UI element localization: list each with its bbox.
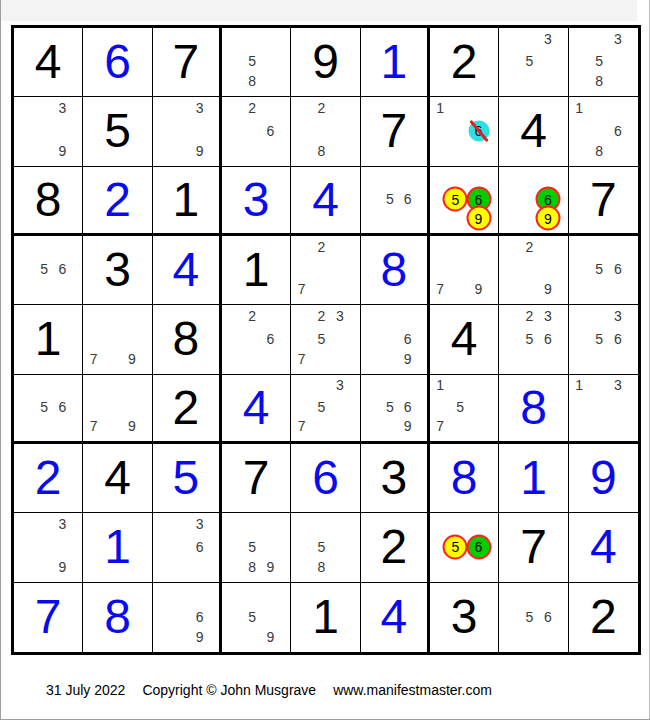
candidate-9-yellow-circle: 9 (466, 206, 491, 231)
solved-digit-6: 6 (291, 444, 359, 512)
candidate-5-yellow-circle: 5 (443, 534, 468, 559)
cell-r7c3[interactable]: 5 (153, 444, 222, 513)
candidate-5: 5 (40, 400, 48, 414)
candidate-5: 5 (386, 400, 394, 414)
candidate-3: 3 (614, 378, 622, 392)
candidate-6: 6 (544, 332, 552, 346)
solved-digit-2: 2 (83, 167, 151, 233)
candidate-9: 9 (475, 282, 483, 296)
cell-r9c3[interactable]: 69 (153, 583, 222, 652)
cell-r3c3[interactable]: 1 (153, 167, 222, 236)
given-digit-4: 4 (14, 28, 82, 96)
candidate-7: 7 (298, 282, 306, 296)
given-digit-1: 1 (222, 236, 290, 304)
cell-r2c8[interactable]: 4 (499, 97, 568, 166)
given-digit-1: 1 (153, 167, 219, 233)
cell-r2c5[interactable]: 28 (291, 97, 360, 166)
candidate-2: 2 (248, 309, 256, 323)
solved-digit-6: 6 (83, 28, 151, 96)
cell-r3c6[interactable]: 56 (361, 167, 430, 236)
cell-r7c1[interactable]: 2 (14, 444, 83, 513)
cell-r5c9[interactable]: 356 (569, 305, 638, 374)
candidate-6-green-circle: 6 (466, 534, 491, 559)
given-digit-4: 4 (83, 444, 151, 512)
cell-r1c7[interactable]: 2 (430, 28, 499, 97)
candidate-8: 8 (317, 144, 325, 158)
candidate-2: 2 (317, 101, 325, 115)
candidate-5: 5 (386, 192, 394, 206)
cell-r5c5[interactable]: 2357 (291, 305, 360, 374)
candidate-1: 1 (575, 101, 583, 115)
cell-r7c6[interactable]: 3 (361, 444, 430, 513)
candidate-7: 7 (436, 419, 444, 433)
cell-r6c5[interactable]: 357 (291, 375, 360, 444)
solved-digit-4: 4 (569, 513, 638, 581)
candidate-2: 2 (525, 240, 533, 254)
candidate-9: 9 (59, 560, 67, 574)
cell-r9c5[interactable]: 1 (291, 583, 360, 652)
candidate-6: 6 (404, 400, 412, 414)
candidate-6: 6 (404, 192, 412, 206)
cell-r4c7[interactable]: 79 (430, 236, 499, 305)
cell-r8c5[interactable]: 58 (291, 513, 360, 582)
candidate-6: 6 (614, 124, 622, 138)
given-digit-5: 5 (83, 97, 151, 165)
candidate-3: 3 (544, 32, 552, 46)
cell-r3c4[interactable]: 3 (222, 167, 291, 236)
cell-r3c7[interactable]: 569 (430, 167, 499, 236)
candidate-1: 1 (436, 378, 444, 392)
solved-digit-1: 1 (83, 513, 151, 581)
given-digit-2: 2 (361, 513, 427, 581)
cell-r6c1[interactable]: 56 (14, 375, 83, 444)
candidate-9: 9 (404, 352, 412, 366)
sudoku-board: 4675891235358395392628716416882134565696… (11, 25, 641, 655)
solved-digit-8: 8 (430, 444, 498, 512)
candidate-9: 9 (59, 144, 67, 158)
candidate-9: 9 (267, 560, 275, 574)
candidate-3: 3 (336, 309, 344, 323)
footer-website: www.manifestmaster.com (333, 682, 492, 698)
cell-r4c8[interactable]: 29 (499, 236, 568, 305)
cell-r9c2[interactable]: 8 (83, 583, 152, 652)
candidate-5: 5 (248, 540, 256, 554)
candidate-7: 7 (436, 282, 444, 296)
candidate-2: 2 (317, 309, 325, 323)
cell-r7c5[interactable]: 6 (291, 444, 360, 513)
solved-digit-4: 4 (222, 375, 290, 441)
given-digit-7: 7 (569, 167, 638, 233)
candidate-6: 6 (196, 540, 204, 554)
solved-digit-8: 8 (83, 583, 151, 652)
given-digit-7: 7 (499, 513, 567, 581)
cell-r8c3[interactable]: 36 (153, 513, 222, 582)
candidate-5: 5 (525, 332, 533, 346)
cell-r7c4[interactable]: 7 (222, 444, 291, 513)
cell-r7c7[interactable]: 8 (430, 444, 499, 513)
cell-r1c5[interactable]: 9 (291, 28, 360, 97)
candidate-3: 3 (59, 517, 67, 531)
candidate-8: 8 (595, 74, 603, 88)
candidate-3: 3 (59, 101, 67, 115)
candidate-5: 5 (317, 540, 325, 554)
candidate-6: 6 (59, 262, 67, 276)
cell-r3c2[interactable]: 2 (83, 167, 152, 236)
footer-date: 31 July 2022 (46, 682, 125, 698)
candidate-5: 5 (456, 400, 464, 414)
candidate-6: 6 (614, 262, 622, 276)
candidate-9: 9 (196, 144, 204, 158)
candidate-5: 5 (595, 332, 603, 346)
candidate-7: 7 (90, 419, 98, 433)
cell-r2c6[interactable]: 7 (361, 97, 430, 166)
cell-r1c4[interactable]: 58 (222, 28, 291, 97)
candidate-5-yellow-circle: 5 (443, 187, 468, 212)
given-digit-3: 3 (83, 236, 151, 304)
given-digit-2: 2 (569, 583, 638, 652)
cell-r3c8[interactable]: 69 (499, 167, 568, 236)
cell-r8c9[interactable]: 4 (569, 513, 638, 582)
cell-r4c2[interactable]: 3 (83, 236, 152, 305)
candidate-3: 3 (196, 101, 204, 115)
given-digit-7: 7 (222, 444, 290, 512)
sudoku-grid: 4675891235358395392628716416882134565696… (14, 28, 638, 652)
given-digit-8: 8 (153, 305, 219, 373)
cell-r2c9[interactable]: 168 (569, 97, 638, 166)
candidate-6: 6 (544, 610, 552, 624)
cell-r4c5[interactable]: 27 (291, 236, 360, 305)
solved-digit-4: 4 (153, 236, 219, 304)
candidate-7: 7 (90, 352, 98, 366)
candidate-6: 6 (267, 124, 275, 138)
cell-r6c4[interactable]: 4 (222, 375, 291, 444)
candidate-1: 1 (436, 101, 444, 115)
cell-r6c2[interactable]: 79 (83, 375, 152, 444)
cell-r4c3[interactable]: 4 (153, 236, 222, 305)
cell-r4c6[interactable]: 8 (361, 236, 430, 305)
cell-r7c9[interactable]: 9 (569, 444, 638, 513)
candidate-9: 9 (404, 419, 412, 433)
candidate-2: 2 (525, 309, 533, 323)
solved-digit-2: 2 (14, 444, 82, 512)
candidate-6: 6 (267, 332, 275, 346)
given-digit-2: 2 (153, 375, 219, 441)
cell-r8c8[interactable]: 7 (499, 513, 568, 582)
candidate-1: 1 (575, 378, 583, 392)
cell-r1c8[interactable]: 35 (499, 28, 568, 97)
cell-r3c5[interactable]: 4 (291, 167, 360, 236)
candidate-9-yellow-circle: 9 (535, 206, 560, 231)
candidate-5: 5 (248, 54, 256, 68)
solved-digit-7: 7 (14, 583, 82, 652)
cell-r9c7[interactable]: 3 (430, 583, 499, 652)
solved-digit-5: 5 (153, 444, 219, 512)
candidate-9: 9 (128, 419, 136, 433)
solved-digit-8: 8 (499, 375, 567, 441)
cell-r6c7[interactable]: 157 (430, 375, 499, 444)
candidate-6: 6 (614, 332, 622, 346)
candidate-5: 5 (595, 54, 603, 68)
cell-r5c8[interactable]: 2356 (499, 305, 568, 374)
cell-r5c6[interactable]: 69 (361, 305, 430, 374)
given-digit-3: 3 (361, 444, 427, 512)
cell-r2c4[interactable]: 26 (222, 97, 291, 166)
cell-r2c7[interactable]: 16 (430, 97, 499, 166)
cell-r6c6[interactable]: 569 (361, 375, 430, 444)
candidate-3: 3 (336, 378, 344, 392)
cell-r9c4[interactable]: 59 (222, 583, 291, 652)
candidate-5: 5 (595, 262, 603, 276)
given-digit-1: 1 (14, 305, 82, 373)
solved-digit-1: 1 (499, 444, 567, 512)
candidate-2: 2 (248, 101, 256, 115)
candidate-2: 2 (317, 240, 325, 254)
cell-r6c8[interactable]: 8 (499, 375, 568, 444)
cell-r4c4[interactable]: 1 (222, 236, 291, 305)
cell-r4c1[interactable]: 56 (14, 236, 83, 305)
candidate-5: 5 (248, 610, 256, 624)
cell-r9c9[interactable]: 2 (569, 583, 638, 652)
cell-r2c3[interactable]: 39 (153, 97, 222, 166)
given-digit-7: 7 (361, 97, 427, 165)
candidate-6: 6 (59, 400, 67, 414)
cell-r8c7[interactable]: 56 (430, 513, 499, 582)
candidate-8: 8 (595, 144, 603, 158)
given-digit-3: 3 (430, 583, 498, 652)
cell-r7c8[interactable]: 1 (499, 444, 568, 513)
given-digit-8: 8 (14, 167, 82, 233)
candidate-3: 3 (544, 309, 552, 323)
candidate-5: 5 (40, 262, 48, 276)
cell-r1c3[interactable]: 7 (153, 28, 222, 97)
window-topbar (1, 0, 637, 21)
candidate-7: 7 (298, 419, 306, 433)
cell-r5c3[interactable]: 8 (153, 305, 222, 374)
cell-r4c9[interactable]: 56 (569, 236, 638, 305)
candidate-5: 5 (317, 400, 325, 414)
app-window: 4675891235358395392628716416882134565696… (0, 0, 650, 720)
candidate-7: 7 (298, 352, 306, 366)
cell-r2c1[interactable]: 39 (14, 97, 83, 166)
cell-r9c1[interactable]: 7 (14, 583, 83, 652)
given-digit-1: 1 (291, 583, 359, 652)
cell-r8c4[interactable]: 589 (222, 513, 291, 582)
candidate-6: 6 (196, 610, 204, 624)
candidate-9: 9 (267, 630, 275, 644)
cell-r6c9[interactable]: 13 (569, 375, 638, 444)
candidate-9: 9 (196, 630, 204, 644)
candidate-6: 6 (404, 332, 412, 346)
candidate-3: 3 (196, 517, 204, 531)
candidate-5: 5 (525, 610, 533, 624)
candidate-8: 8 (248, 74, 256, 88)
cell-r5c1[interactable]: 1 (14, 305, 83, 374)
cell-r9c8[interactable]: 56 (499, 583, 568, 652)
cell-r8c1[interactable]: 39 (14, 513, 83, 582)
cell-r1c9[interactable]: 358 (569, 28, 638, 97)
candidate-3: 3 (614, 32, 622, 46)
cell-r3c9[interactable]: 7 (569, 167, 638, 236)
footer-copyright: Copyright © John Musgrave (142, 682, 316, 698)
cell-r1c2[interactable]: 6 (83, 28, 152, 97)
cell-r9c6[interactable]: 4 (361, 583, 430, 652)
candidate-8: 8 (248, 560, 256, 574)
solved-digit-9: 9 (569, 444, 638, 512)
given-digit-4: 4 (499, 97, 567, 165)
cell-r3c1[interactable]: 8 (14, 167, 83, 236)
candidate-5: 5 (317, 332, 325, 346)
given-digit-4: 4 (430, 305, 498, 373)
solved-digit-4: 4 (361, 583, 427, 652)
candidate-3: 3 (614, 309, 622, 323)
solved-digit-3: 3 (222, 167, 290, 233)
cell-r1c1[interactable]: 4 (14, 28, 83, 97)
given-digit-2: 2 (430, 28, 498, 96)
cell-r2c2[interactable]: 5 (83, 97, 152, 166)
candidate-9: 9 (544, 282, 552, 296)
given-digit-7: 7 (153, 28, 219, 96)
solved-digit-8: 8 (361, 236, 427, 304)
solved-digit-4: 4 (291, 167, 359, 233)
solved-digit-1: 1 (361, 28, 427, 96)
cell-r5c4[interactable]: 26 (222, 305, 291, 374)
candidate-9: 9 (128, 352, 136, 366)
cell-r8c2[interactable]: 1 (83, 513, 152, 582)
cell-r6c3[interactable]: 2 (153, 375, 222, 444)
candidate-5: 5 (525, 54, 533, 68)
given-digit-9: 9 (291, 28, 359, 96)
cell-r5c2[interactable]: 79 (83, 305, 152, 374)
cell-r8c6[interactable]: 2 (361, 513, 430, 582)
candidate-8: 8 (317, 560, 325, 574)
cell-r7c2[interactable]: 4 (83, 444, 152, 513)
cell-r1c6[interactable]: 1 (361, 28, 430, 97)
cell-r5c7[interactable]: 4 (430, 305, 499, 374)
footer: 31 July 2022Copyright © John Musgravewww… (46, 682, 509, 698)
